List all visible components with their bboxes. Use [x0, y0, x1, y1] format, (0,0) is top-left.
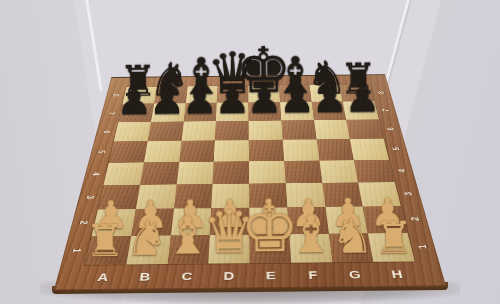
- piece-f7-black-p[interactable]: ♟: [279, 79, 316, 120]
- square-h7[interactable]: ♟: [343, 101, 379, 119]
- rank-label-left-6: 6: [102, 130, 111, 133]
- black-p-glyph: ♟: [181, 80, 218, 121]
- square-e6[interactable]: [249, 120, 283, 140]
- square-e5[interactable]: [249, 140, 284, 161]
- rank-label-right-1: 1: [417, 244, 429, 248]
- square-h1[interactable]: ♜: [368, 233, 415, 262]
- square-c4[interactable]: [176, 161, 214, 184]
- square-g6[interactable]: [314, 120, 350, 140]
- square-b4[interactable]: [140, 162, 179, 185]
- black-p-glyph: ♟: [214, 80, 251, 121]
- square-b7[interactable]: ♟: [151, 103, 186, 121]
- square-c7[interactable]: ♟: [183, 103, 217, 121]
- board-frame: ♜♞♝♛♚♝♞♜♟♟♟♟♟♟♟♟♟♟♟♟♟♟♟♟♜♞♝♛♚♝♞♜ ABCDEFG…: [54, 74, 446, 290]
- square-d5[interactable]: [214, 140, 249, 161]
- rank-label-right-5: 5: [392, 147, 402, 150]
- black-p-glyph: ♟: [279, 79, 316, 120]
- white-r-glyph: ♜: [85, 219, 125, 264]
- piece-d7-black-p[interactable]: ♟: [214, 80, 251, 121]
- chess-board: ♜♞♝♛♚♝♞♜♟♟♟♟♟♟♟♟♟♟♟♟♟♟♟♟♜♞♝♛♚♝♞♜ ABCDEFG…: [54, 74, 446, 290]
- square-f7[interactable]: ♟: [280, 102, 314, 120]
- rank-label-left-4: 4: [91, 172, 101, 175]
- square-c6[interactable]: [181, 121, 216, 141]
- square-g5[interactable]: [316, 139, 354, 160]
- rank-label-right-7: 7: [381, 109, 390, 112]
- square-f5[interactable]: [283, 139, 319, 160]
- square-b5[interactable]: [144, 141, 181, 162]
- square-e7[interactable]: ♟: [248, 102, 281, 120]
- piece-h1-white-r[interactable]: ♜: [373, 216, 413, 261]
- square-e1[interactable]: ♚: [250, 234, 291, 263]
- black-p-glyph: ♟: [116, 81, 153, 122]
- piece-a1-white-r[interactable]: ♜: [85, 219, 125, 264]
- rank-label-right-3: 3: [403, 192, 414, 196]
- rank-label-right-6: 6: [386, 127, 395, 130]
- file-labels: ABCDEFGH: [79, 261, 421, 289]
- black-p-glyph: ♟: [149, 80, 186, 121]
- file-label-a: A: [96, 271, 109, 282]
- square-g1[interactable]: ♞: [329, 233, 374, 262]
- black-p-glyph: ♟: [344, 78, 381, 119]
- square-c5[interactable]: [179, 141, 215, 162]
- piece-g7-black-p[interactable]: ♟: [311, 79, 348, 120]
- white-n-glyph: ♞: [331, 212, 375, 261]
- square-d7[interactable]: ♟: [216, 103, 249, 121]
- rank-label-right-4: 4: [397, 169, 407, 172]
- square-g7[interactable]: ♟: [311, 102, 346, 120]
- white-b-glyph: ♝: [288, 209, 335, 261]
- rank-label-left-1: 1: [71, 248, 82, 252]
- piece-g1-white-n[interactable]: ♞: [331, 212, 375, 261]
- rank-label-left-7: 7: [107, 112, 116, 115]
- piece-f1-white-b[interactable]: ♝: [288, 209, 335, 261]
- piece-e7-black-p[interactable]: ♟: [246, 79, 283, 120]
- square-d6[interactable]: [215, 121, 249, 141]
- square-a4[interactable]: [104, 162, 144, 185]
- white-n-glyph: ♞: [125, 214, 169, 263]
- square-h5[interactable]: [350, 139, 389, 160]
- piece-c7-black-p[interactable]: ♟: [181, 80, 218, 121]
- piece-b1-white-n[interactable]: ♞: [125, 214, 169, 263]
- square-d4[interactable]: [213, 161, 249, 184]
- white-r-glyph: ♜: [373, 216, 413, 261]
- rank-label-left-5: 5: [96, 150, 106, 153]
- square-h4[interactable]: [354, 160, 395, 183]
- file-label-h: H: [390, 268, 403, 279]
- file-label-e: E: [266, 269, 276, 280]
- square-f1[interactable]: ♝: [289, 234, 332, 263]
- square-a5[interactable]: [109, 141, 148, 162]
- square-h6[interactable]: [346, 119, 383, 139]
- file-label-g: G: [348, 269, 361, 280]
- square-g4[interactable]: [319, 160, 358, 183]
- photo-scene: ♜♞♝♛♚♝♞♜♟♟♟♟♟♟♟♟♟♟♟♟♟♟♟♟♜♞♝♛♚♝♞♜ ABCDEFG…: [0, 0, 500, 304]
- square-f6[interactable]: [281, 120, 316, 140]
- piece-h7-black-p[interactable]: ♟: [344, 78, 381, 119]
- black-p-glyph: ♟: [246, 79, 283, 120]
- square-b6[interactable]: [147, 121, 183, 141]
- square-e4[interactable]: [249, 161, 286, 184]
- file-label-b: B: [139, 271, 151, 282]
- square-a6[interactable]: [114, 122, 151, 142]
- file-label-d: D: [223, 270, 234, 281]
- board-squares: ♜♞♝♛♚♝♞♜♟♟♟♟♟♟♟♟♟♟♟♟♟♟♟♟♜♞♝♛♚♝♞♜: [85, 84, 415, 264]
- piece-a7-black-p[interactable]: ♟: [116, 81, 153, 122]
- black-p-glyph: ♟: [311, 79, 348, 120]
- piece-b7-black-p[interactable]: ♟: [149, 80, 186, 121]
- file-label-c: C: [181, 270, 193, 281]
- backdrop-seam-left: [84, 0, 103, 92]
- square-f4[interactable]: [284, 160, 322, 183]
- file-label-f: F: [308, 269, 318, 280]
